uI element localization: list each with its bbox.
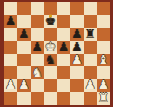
piece-black-pawn: ♟ — [32, 40, 43, 53]
chess-board: ♟♚♟♟♜♟♚♟♟♞♟♝♞♟♟♟♟♜ — [4, 2, 110, 105]
square-h6[interactable] — [97, 28, 110, 41]
piece-black-rook: ♜ — [85, 27, 96, 40]
square-h7[interactable] — [97, 15, 110, 28]
square-a1[interactable] — [4, 92, 17, 105]
square-d5[interactable]: ♚ — [44, 41, 57, 54]
square-h2[interactable]: ♟ — [97, 79, 110, 92]
square-c7[interactable] — [31, 15, 44, 28]
piece-black-knight: ♞ — [45, 53, 56, 66]
square-c3[interactable]: ♞ — [31, 66, 44, 79]
square-b6[interactable]: ♟ — [17, 28, 30, 41]
square-b1[interactable] — [17, 92, 30, 105]
square-c8[interactable] — [31, 2, 44, 15]
square-f8[interactable] — [70, 2, 83, 15]
square-g5[interactable] — [84, 41, 97, 54]
piece-white-king: ♚ — [45, 40, 56, 53]
square-f7[interactable] — [70, 15, 83, 28]
chess-board-frame: ♟♚♟♟♜♟♚♟♟♞♟♝♞♟♟♟♟♜ — [0, 0, 113, 107]
piece-white-pawn: ♟ — [18, 79, 29, 92]
square-e2[interactable] — [57, 79, 70, 92]
square-e8[interactable] — [57, 2, 70, 15]
square-e3[interactable] — [57, 66, 70, 79]
square-c1[interactable] — [31, 92, 44, 105]
square-h8[interactable] — [97, 2, 110, 15]
piece-white-bishop: ♝ — [98, 53, 109, 66]
square-g3[interactable] — [84, 66, 97, 79]
square-c4[interactable] — [31, 54, 44, 67]
square-a2[interactable]: ♟ — [4, 79, 17, 92]
square-a7[interactable]: ♟ — [4, 15, 17, 28]
square-a5[interactable] — [4, 41, 17, 54]
screenshot-canvas: ♟♚♟♟♜♟♚♟♟♞♟♝♞♟♟♟♟♜ — [0, 0, 147, 110]
square-d8[interactable] — [44, 2, 57, 15]
piece-black-king: ♚ — [45, 15, 56, 28]
square-h1[interactable]: ♜ — [97, 92, 110, 105]
square-b4[interactable] — [17, 54, 30, 67]
piece-white-pawn: ♟ — [98, 79, 109, 92]
square-b2[interactable]: ♟ — [17, 79, 30, 92]
square-d4[interactable]: ♞ — [44, 54, 57, 67]
piece-white-rook: ♜ — [98, 92, 109, 105]
square-e5[interactable]: ♟ — [57, 41, 70, 54]
square-d7[interactable]: ♚ — [44, 15, 57, 28]
square-f6[interactable]: ♟ — [70, 28, 83, 41]
square-d1[interactable] — [44, 92, 57, 105]
piece-white-pawn: ♟ — [85, 79, 96, 92]
square-g8[interactable] — [84, 2, 97, 15]
piece-black-pawn: ♟ — [5, 15, 16, 28]
piece-black-pawn: ♟ — [18, 27, 29, 40]
square-e6[interactable] — [57, 28, 70, 41]
square-a3[interactable] — [4, 66, 17, 79]
square-c5[interactable]: ♟ — [31, 41, 44, 54]
square-b8[interactable] — [17, 2, 30, 15]
square-d2[interactable] — [44, 79, 57, 92]
square-f4[interactable]: ♟ — [70, 54, 83, 67]
piece-white-pawn: ♟ — [71, 53, 82, 66]
square-b5[interactable] — [17, 41, 30, 54]
piece-black-pawn: ♟ — [71, 40, 82, 53]
square-g2[interactable]: ♟ — [84, 79, 97, 92]
square-c2[interactable] — [31, 79, 44, 92]
square-f1[interactable] — [70, 92, 83, 105]
square-f3[interactable] — [70, 66, 83, 79]
square-a6[interactable] — [4, 28, 17, 41]
square-e4[interactable] — [57, 54, 70, 67]
square-g7[interactable] — [84, 15, 97, 28]
square-a4[interactable] — [4, 54, 17, 67]
square-e1[interactable] — [57, 92, 70, 105]
piece-black-pawn: ♟ — [58, 40, 69, 53]
square-e7[interactable] — [57, 15, 70, 28]
square-h5[interactable] — [97, 41, 110, 54]
square-c6[interactable] — [31, 28, 44, 41]
square-b7[interactable] — [17, 15, 30, 28]
square-g4[interactable] — [84, 54, 97, 67]
piece-black-pawn: ♟ — [71, 27, 82, 40]
square-d6[interactable] — [44, 28, 57, 41]
square-g1[interactable] — [84, 92, 97, 105]
square-f2[interactable] — [70, 79, 83, 92]
square-g6[interactable]: ♜ — [84, 28, 97, 41]
square-h4[interactable]: ♝ — [97, 54, 110, 67]
piece-white-knight: ♞ — [32, 66, 43, 79]
square-d3[interactable] — [44, 66, 57, 79]
square-a8[interactable] — [4, 2, 17, 15]
piece-white-pawn: ♟ — [5, 79, 16, 92]
square-f5[interactable]: ♟ — [70, 41, 83, 54]
square-h3[interactable] — [97, 66, 110, 79]
square-b3[interactable] — [17, 66, 30, 79]
